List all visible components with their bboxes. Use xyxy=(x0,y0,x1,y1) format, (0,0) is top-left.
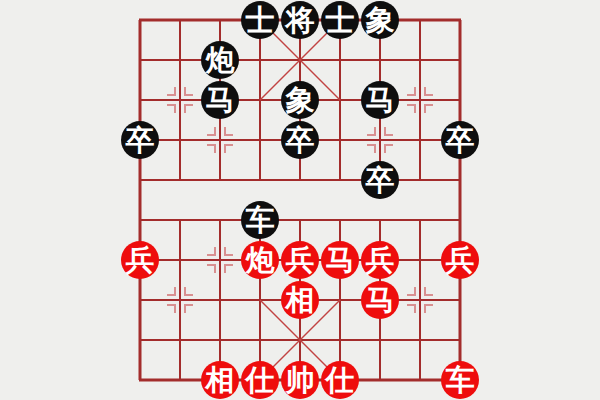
black-advisor[interactable]: 士 xyxy=(321,1,359,39)
black-chariot[interactable]: 车 xyxy=(241,201,279,239)
board-grid xyxy=(0,0,600,400)
black-soldier[interactable]: 卒 xyxy=(281,121,319,159)
black-horse[interactable]: 马 xyxy=(201,81,239,119)
black-soldier[interactable]: 卒 xyxy=(121,121,159,159)
black-soldier[interactable]: 卒 xyxy=(361,161,399,199)
red-cannon[interactable]: 炮 xyxy=(241,241,279,279)
black-elephant[interactable]: 象 xyxy=(281,81,319,119)
black-elephant[interactable]: 象 xyxy=(361,1,399,39)
red-soldier[interactable]: 兵 xyxy=(121,241,159,279)
red-elephant[interactable]: 相 xyxy=(281,281,319,319)
red-horse[interactable]: 马 xyxy=(361,281,399,319)
black-horse[interactable]: 马 xyxy=(361,81,399,119)
xiangqi-board: 士将士象炮马象马卒卒卒卒车兵炮兵马兵兵相马相仕帅仕车 xyxy=(0,0,600,400)
black-advisor[interactable]: 士 xyxy=(241,1,279,39)
black-soldier[interactable]: 卒 xyxy=(441,121,479,159)
red-general[interactable]: 帅 xyxy=(281,361,319,399)
red-horse[interactable]: 马 xyxy=(321,241,359,279)
red-advisor[interactable]: 仕 xyxy=(241,361,279,399)
black-general[interactable]: 将 xyxy=(281,1,319,39)
red-soldier[interactable]: 兵 xyxy=(441,241,479,279)
red-chariot[interactable]: 车 xyxy=(441,361,479,399)
red-soldier[interactable]: 兵 xyxy=(281,241,319,279)
black-cannon[interactable]: 炮 xyxy=(201,41,239,79)
red-soldier[interactable]: 兵 xyxy=(361,241,399,279)
red-advisor[interactable]: 仕 xyxy=(321,361,359,399)
red-elephant[interactable]: 相 xyxy=(201,361,239,399)
